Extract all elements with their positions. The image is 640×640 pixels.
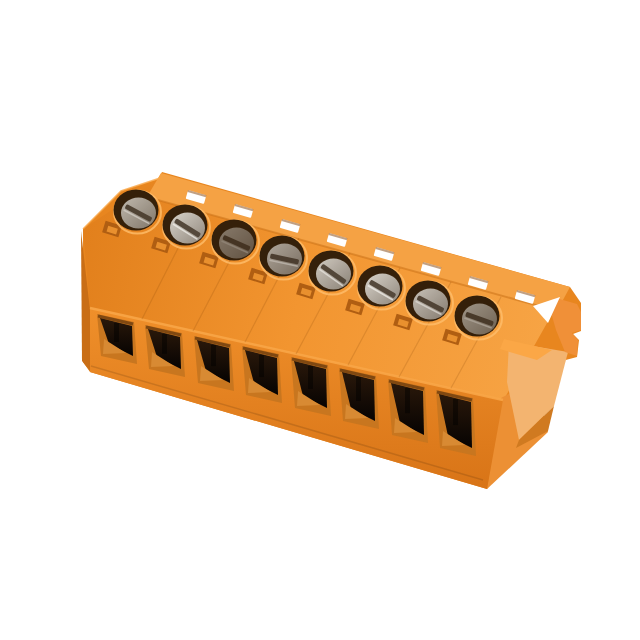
wire-entry-5 [291, 357, 331, 416]
wire-entry-2 [145, 325, 185, 377]
wire-entry-4 [242, 346, 282, 403]
screw-well-7 [406, 281, 454, 325]
screw-well-3 [212, 220, 260, 264]
wire-entry-6 [339, 368, 379, 429]
wire-entry-8 [436, 390, 476, 456]
wire-clamp [162, 334, 167, 354]
wire-clamp [356, 377, 361, 401]
wire-clamp [211, 345, 216, 366]
screw-well-1 [114, 190, 162, 234]
wire-entry-7 [388, 379, 428, 443]
wire-entry-3 [194, 336, 234, 391]
screw-well-5 [309, 251, 357, 295]
wire-clamp [259, 355, 264, 377]
screw-well-6 [358, 266, 406, 310]
screw-well-4 [260, 236, 308, 280]
wire-clamp [453, 399, 458, 425]
product-photo-stage [0, 0, 640, 640]
screw-well-8 [455, 296, 503, 340]
wire-clamp [114, 323, 119, 342]
screw-well-2 [163, 205, 211, 249]
wire-clamp [308, 366, 313, 389]
wire-clamp [405, 388, 410, 413]
terminal-block-product-photo [0, 0, 640, 640]
